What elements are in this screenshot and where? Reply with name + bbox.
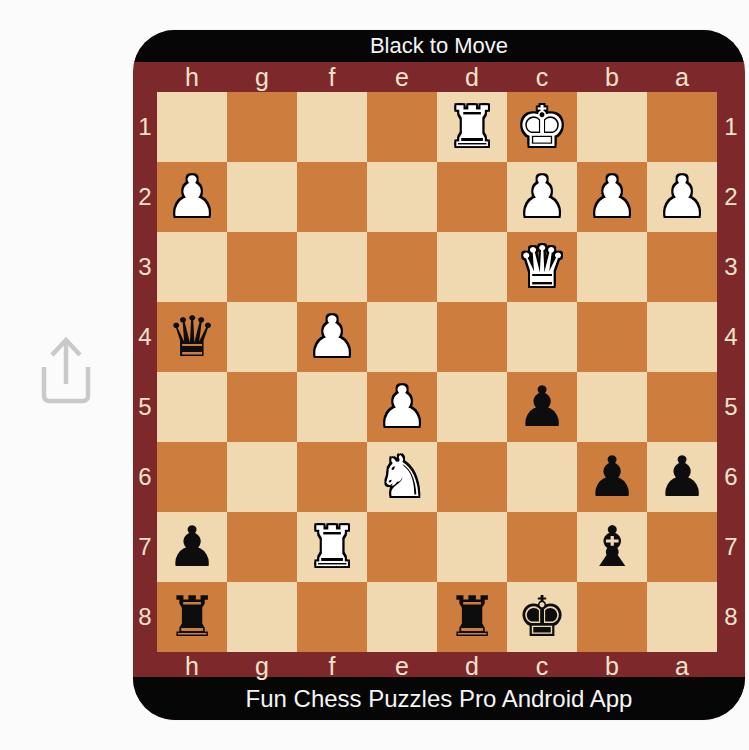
square-c5[interactable]: ♟ xyxy=(507,372,577,442)
chess-board: ♜♚♟♟♟♟♛♛♟♟♟♞♟♟♟♜♝♜♜♚ xyxy=(157,92,717,652)
file-label-b: b xyxy=(577,652,647,681)
square-c4[interactable] xyxy=(507,302,577,372)
square-h6[interactable] xyxy=(157,442,227,512)
white-rook[interactable]: ♜ xyxy=(307,512,357,582)
square-b5[interactable] xyxy=(577,372,647,442)
white-knight[interactable]: ♞ xyxy=(377,442,427,512)
square-d6[interactable] xyxy=(437,442,507,512)
rank-label-7: 7 xyxy=(717,512,745,582)
file-label-e: e xyxy=(367,62,437,92)
file-label-h: h xyxy=(157,652,227,681)
rank-label-1: 1 xyxy=(133,92,157,162)
square-f3[interactable] xyxy=(297,232,367,302)
square-f6[interactable] xyxy=(297,442,367,512)
rank-label-2: 2 xyxy=(717,162,745,232)
file-label-c: c xyxy=(507,652,577,681)
rank-label-4: 4 xyxy=(717,302,745,372)
share-upload-icon xyxy=(36,333,96,407)
square-d7[interactable] xyxy=(437,512,507,582)
square-a8[interactable] xyxy=(647,582,717,652)
square-c8[interactable]: ♚ xyxy=(507,582,577,652)
square-a2[interactable]: ♟ xyxy=(647,162,717,232)
square-h4[interactable]: ♛ xyxy=(157,302,227,372)
white-pawn[interactable]: ♟ xyxy=(307,302,357,372)
square-a3[interactable] xyxy=(647,232,717,302)
square-g5[interactable] xyxy=(227,372,297,442)
square-a5[interactable] xyxy=(647,372,717,442)
square-h2[interactable]: ♟ xyxy=(157,162,227,232)
square-e2[interactable] xyxy=(367,162,437,232)
black-king[interactable]: ♚ xyxy=(517,582,567,652)
file-labels-top: hgfedcba xyxy=(157,62,717,92)
rank-label-8: 8 xyxy=(133,582,157,652)
square-c6[interactable] xyxy=(507,442,577,512)
black-pawn[interactable]: ♟ xyxy=(517,372,567,442)
square-c7[interactable] xyxy=(507,512,577,582)
square-f2[interactable] xyxy=(297,162,367,232)
footer-bar: Fun Chess Puzzles Pro Android App xyxy=(133,677,745,720)
square-g6[interactable] xyxy=(227,442,297,512)
file-label-f: f xyxy=(297,62,367,92)
square-h1[interactable] xyxy=(157,92,227,162)
square-e4[interactable] xyxy=(367,302,437,372)
square-b4[interactable] xyxy=(577,302,647,372)
square-e5[interactable]: ♟ xyxy=(367,372,437,442)
rank-label-5: 5 xyxy=(717,372,745,442)
square-e3[interactable] xyxy=(367,232,437,302)
white-pawn[interactable]: ♟ xyxy=(587,162,637,232)
puzzle-card: Black to Move hgfedcba 12345678 ♜♚♟♟♟♟♛♛… xyxy=(133,30,745,720)
black-pawn[interactable]: ♟ xyxy=(587,442,637,512)
square-b8[interactable] xyxy=(577,582,647,652)
square-g2[interactable] xyxy=(227,162,297,232)
rank-label-3: 3 xyxy=(717,232,745,302)
square-h7[interactable]: ♟ xyxy=(157,512,227,582)
square-c2[interactable]: ♟ xyxy=(507,162,577,232)
rank-labels-left: 12345678 xyxy=(133,92,157,652)
rank-labels-right: 12345678 xyxy=(717,92,745,652)
square-e7[interactable] xyxy=(367,512,437,582)
rank-label-4: 4 xyxy=(133,302,157,372)
square-b6[interactable]: ♟ xyxy=(577,442,647,512)
square-a1[interactable] xyxy=(647,92,717,162)
white-pawn[interactable]: ♟ xyxy=(377,372,427,442)
square-f8[interactable] xyxy=(297,582,367,652)
file-label-h: h xyxy=(157,62,227,92)
white-rook[interactable]: ♜ xyxy=(447,92,497,162)
square-f1[interactable] xyxy=(297,92,367,162)
square-g8[interactable] xyxy=(227,582,297,652)
square-b2[interactable]: ♟ xyxy=(577,162,647,232)
black-queen[interactable]: ♛ xyxy=(167,302,217,372)
white-pawn[interactable]: ♟ xyxy=(657,162,707,232)
square-g4[interactable] xyxy=(227,302,297,372)
file-label-g: g xyxy=(227,652,297,681)
rank-label-7: 7 xyxy=(133,512,157,582)
black-pawn[interactable]: ♟ xyxy=(167,512,217,582)
app-caption: Fun Chess Puzzles Pro Android App xyxy=(246,685,633,713)
black-rook[interactable]: ♜ xyxy=(167,582,217,652)
rank-label-5: 5 xyxy=(133,372,157,442)
square-a6[interactable]: ♟ xyxy=(647,442,717,512)
white-pawn[interactable]: ♟ xyxy=(517,162,567,232)
file-label-f: f xyxy=(297,652,367,681)
white-king[interactable]: ♚ xyxy=(517,92,567,162)
white-queen[interactable]: ♛ xyxy=(517,232,567,302)
white-pawn[interactable]: ♟ xyxy=(167,162,217,232)
square-d1[interactable]: ♜ xyxy=(437,92,507,162)
file-label-g: g xyxy=(227,62,297,92)
square-g7[interactable] xyxy=(227,512,297,582)
file-labels-bottom: hgfedcba xyxy=(157,652,717,677)
square-e6[interactable]: ♞ xyxy=(367,442,437,512)
square-d5[interactable] xyxy=(437,372,507,442)
square-h8[interactable]: ♜ xyxy=(157,582,227,652)
file-label-d: d xyxy=(437,652,507,681)
share-button[interactable] xyxy=(36,333,96,407)
square-a7[interactable] xyxy=(647,512,717,582)
side-to-move-title: Black to Move xyxy=(370,33,508,59)
rank-label-6: 6 xyxy=(717,442,745,512)
rank-label-6: 6 xyxy=(133,442,157,512)
square-b7[interactable]: ♝ xyxy=(577,512,647,582)
file-label-e: e xyxy=(367,652,437,681)
square-d4[interactable] xyxy=(437,302,507,372)
rank-label-3: 3 xyxy=(133,232,157,302)
square-d3[interactable] xyxy=(437,232,507,302)
square-a4[interactable] xyxy=(647,302,717,372)
square-h3[interactable] xyxy=(157,232,227,302)
square-f5[interactable] xyxy=(297,372,367,442)
rank-label-2: 2 xyxy=(133,162,157,232)
square-f7[interactable]: ♜ xyxy=(297,512,367,582)
file-label-a: a xyxy=(647,652,717,681)
square-h5[interactable] xyxy=(157,372,227,442)
black-bishop[interactable]: ♝ xyxy=(587,512,637,582)
file-label-d: d xyxy=(437,62,507,92)
header-bar: Black to Move xyxy=(133,30,745,62)
square-d2[interactable] xyxy=(437,162,507,232)
black-pawn[interactable]: ♟ xyxy=(657,442,707,512)
square-d8[interactable]: ♜ xyxy=(437,582,507,652)
square-f4[interactable]: ♟ xyxy=(297,302,367,372)
square-g1[interactable] xyxy=(227,92,297,162)
square-c1[interactable]: ♚ xyxy=(507,92,577,162)
square-e1[interactable] xyxy=(367,92,437,162)
rank-label-1: 1 xyxy=(717,92,745,162)
square-c3[interactable]: ♛ xyxy=(507,232,577,302)
square-e8[interactable] xyxy=(367,582,437,652)
square-g3[interactable] xyxy=(227,232,297,302)
file-label-c: c xyxy=(507,62,577,92)
file-label-a: a xyxy=(647,62,717,92)
file-label-b: b xyxy=(577,62,647,92)
square-b3[interactable] xyxy=(577,232,647,302)
square-b1[interactable] xyxy=(577,92,647,162)
rank-label-8: 8 xyxy=(717,582,745,652)
black-rook[interactable]: ♜ xyxy=(447,582,497,652)
board-frame: hgfedcba 12345678 ♜♚♟♟♟♟♛♛♟♟♟♞♟♟♟♜♝♜♜♚ 1… xyxy=(133,62,745,677)
